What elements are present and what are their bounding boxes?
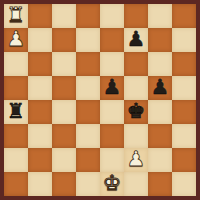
square-d4[interactable] <box>76 100 100 124</box>
square-g2[interactable] <box>148 148 172 172</box>
square-a4[interactable]: ♜ <box>4 100 28 124</box>
square-h5[interactable] <box>172 76 196 100</box>
square-a2[interactable] <box>4 148 28 172</box>
white-rook[interactable]: ♜ <box>7 3 26 27</box>
square-d6[interactable] <box>76 52 100 76</box>
square-g6[interactable] <box>148 52 172 76</box>
square-c7[interactable] <box>52 28 76 52</box>
white-pawn[interactable]: ♟ <box>127 147 146 171</box>
square-f4[interactable]: ♚ <box>124 100 148 124</box>
square-e6[interactable] <box>100 52 124 76</box>
square-a1[interactable] <box>4 172 28 196</box>
square-a5[interactable] <box>4 76 28 100</box>
square-h8[interactable] <box>172 4 196 28</box>
square-b8[interactable] <box>28 4 52 28</box>
square-a3[interactable] <box>4 124 28 148</box>
square-h6[interactable] <box>172 52 196 76</box>
square-g4[interactable] <box>148 100 172 124</box>
square-b7[interactable] <box>28 28 52 52</box>
square-b5[interactable] <box>28 76 52 100</box>
square-b1[interactable] <box>28 172 52 196</box>
square-f8[interactable] <box>124 4 148 28</box>
chess-board: ♜♟♟♟♟♜♚♟♚ <box>4 4 196 196</box>
square-a6[interactable] <box>4 52 28 76</box>
square-e4[interactable] <box>100 100 124 124</box>
square-c3[interactable] <box>52 124 76 148</box>
square-b4[interactable] <box>28 100 52 124</box>
square-e1[interactable]: ♚ <box>100 172 124 196</box>
square-f2[interactable]: ♟ <box>124 148 148 172</box>
square-b2[interactable] <box>28 148 52 172</box>
black-rook[interactable]: ♜ <box>7 99 26 123</box>
square-d7[interactable] <box>76 28 100 52</box>
square-g1[interactable] <box>148 172 172 196</box>
square-e7[interactable] <box>100 28 124 52</box>
square-h1[interactable] <box>172 172 196 196</box>
square-f6[interactable] <box>124 52 148 76</box>
white-king[interactable]: ♚ <box>103 171 122 195</box>
square-g3[interactable] <box>148 124 172 148</box>
black-pawn[interactable]: ♟ <box>103 75 122 99</box>
white-pawn[interactable]: ♟ <box>7 27 26 51</box>
square-f7[interactable]: ♟ <box>124 28 148 52</box>
board-frame: ♜♟♟♟♟♜♚♟♚ <box>0 0 200 200</box>
square-g5[interactable]: ♟ <box>148 76 172 100</box>
square-c2[interactable] <box>52 148 76 172</box>
square-h3[interactable] <box>172 124 196 148</box>
black-pawn[interactable]: ♟ <box>127 27 146 51</box>
square-g7[interactable] <box>148 28 172 52</box>
square-g8[interactable] <box>148 4 172 28</box>
square-e8[interactable] <box>100 4 124 28</box>
black-king[interactable]: ♚ <box>127 99 146 123</box>
square-d8[interactable] <box>76 4 100 28</box>
square-d3[interactable] <box>76 124 100 148</box>
square-h2[interactable] <box>172 148 196 172</box>
square-a7[interactable]: ♟ <box>4 28 28 52</box>
square-c8[interactable] <box>52 4 76 28</box>
square-f1[interactable] <box>124 172 148 196</box>
square-h4[interactable] <box>172 100 196 124</box>
chess-diagram: ♜♟♟♟♟♜♚♟♚ <box>0 0 200 200</box>
square-e3[interactable] <box>100 124 124 148</box>
square-c6[interactable] <box>52 52 76 76</box>
square-d1[interactable] <box>76 172 100 196</box>
square-e2[interactable] <box>100 148 124 172</box>
square-d5[interactable] <box>76 76 100 100</box>
square-a8[interactable]: ♜ <box>4 4 28 28</box>
square-b3[interactable] <box>28 124 52 148</box>
square-h7[interactable] <box>172 28 196 52</box>
black-pawn[interactable]: ♟ <box>151 75 170 99</box>
square-e5[interactable]: ♟ <box>100 76 124 100</box>
square-f3[interactable] <box>124 124 148 148</box>
square-b6[interactable] <box>28 52 52 76</box>
square-c4[interactable] <box>52 100 76 124</box>
square-f5[interactable] <box>124 76 148 100</box>
square-c1[interactable] <box>52 172 76 196</box>
square-c5[interactable] <box>52 76 76 100</box>
square-d2[interactable] <box>76 148 100 172</box>
